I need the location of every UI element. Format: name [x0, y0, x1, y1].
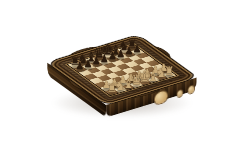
product-photo[interactable]: ♜♞♝♛♚♝♞♜♟♟♟♟♟♟♟♟♟♟♟♟♟♟♟♟♜♞♝♛♚♝♞♜	[0, 0, 240, 150]
case-foot	[188, 85, 194, 94]
